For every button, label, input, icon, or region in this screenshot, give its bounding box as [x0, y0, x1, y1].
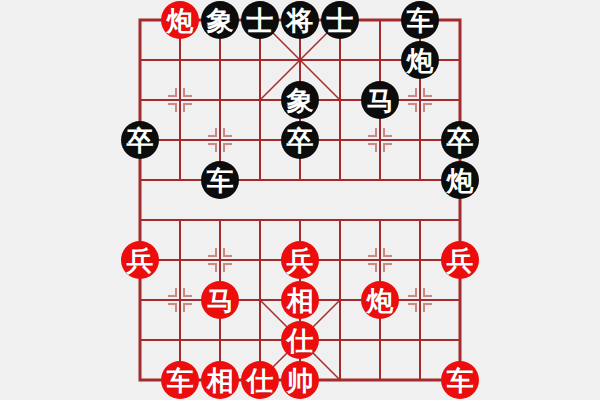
piece-black-cannon[interactable]: 炮 — [441, 161, 479, 199]
xiangqi-app: 炮象士将士车炮象马卒卒卒车炮兵兵兵马相炮仕车相仕帅车 — [0, 0, 600, 400]
piece-red-pawn[interactable]: 兵 — [281, 241, 319, 279]
piece-black-pawn[interactable]: 卒 — [121, 121, 159, 159]
piece-black-pawn[interactable]: 卒 — [281, 121, 319, 159]
piece-black-elephant[interactable]: 象 — [201, 1, 239, 39]
piece-red-advisor[interactable]: 仕 — [281, 321, 319, 359]
piece-black-chariot[interactable]: 车 — [201, 161, 239, 199]
piece-black-general[interactable]: 将 — [281, 1, 319, 39]
piece-black-pawn[interactable]: 卒 — [441, 121, 479, 159]
piece-black-elephant[interactable]: 象 — [281, 81, 319, 119]
piece-red-pawn[interactable]: 兵 — [441, 241, 479, 279]
piece-red-cannon[interactable]: 炮 — [361, 281, 399, 319]
piece-black-advisor[interactable]: 士 — [241, 1, 279, 39]
xiangqi-board[interactable]: 炮象士将士车炮象马卒卒卒车炮兵兵兵马相炮仕车相仕帅车 — [120, 0, 480, 400]
piece-red-horse[interactable]: 马 — [201, 281, 239, 319]
piece-red-chariot[interactable]: 车 — [441, 361, 479, 399]
piece-red-general[interactable]: 帅 — [281, 361, 319, 399]
piece-red-elephant[interactable]: 相 — [281, 281, 319, 319]
piece-black-chariot[interactable]: 车 — [401, 1, 439, 39]
piece-red-advisor[interactable]: 仕 — [241, 361, 279, 399]
piece-black-cannon[interactable]: 炮 — [401, 41, 439, 79]
piece-red-pawn[interactable]: 兵 — [121, 241, 159, 279]
piece-red-cannon[interactable]: 炮 — [161, 1, 199, 39]
piece-black-horse[interactable]: 马 — [361, 81, 399, 119]
piece-red-chariot[interactable]: 车 — [161, 361, 199, 399]
piece-red-elephant[interactable]: 相 — [201, 361, 239, 399]
piece-black-advisor[interactable]: 士 — [321, 1, 359, 39]
